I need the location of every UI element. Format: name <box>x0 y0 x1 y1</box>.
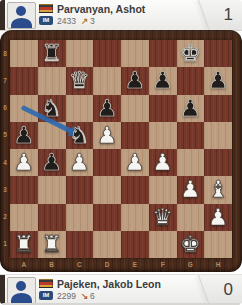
black-king-g8[interactable]: ♚ <box>180 42 201 65</box>
square-g2[interactable] <box>177 204 205 231</box>
square-f5[interactable] <box>149 122 177 149</box>
square-d6[interactable]: ♟ <box>93 95 121 122</box>
avatar-top[interactable] <box>7 2 36 29</box>
white-pawn-h2[interactable]: ♟ <box>208 206 229 229</box>
square-c7[interactable]: ♛ <box>66 67 94 94</box>
square-g1[interactable]: ♚ <box>177 231 205 258</box>
square-c1[interactable] <box>66 231 94 258</box>
white-pawn-e4[interactable]: ♟ <box>125 151 146 174</box>
square-c3[interactable] <box>66 176 94 203</box>
square-d5[interactable]: ♟ <box>93 122 121 149</box>
player-name-top: Parvanyan, Ashot <box>57 3 145 15</box>
rating-change-top: 3 <box>90 16 95 26</box>
square-d7[interactable] <box>93 67 121 94</box>
square-a3[interactable] <box>10 176 38 203</box>
file-label-H: H <box>213 261 223 268</box>
square-f3[interactable] <box>149 176 177 203</box>
player-bar-bottom: Pajeken, Jakob Leon IM 2299 ↘ 6 0 <box>0 274 242 304</box>
black-pawn-e7[interactable]: ♟ <box>125 69 146 92</box>
square-h5[interactable] <box>204 122 232 149</box>
avatar-silhouette-icon <box>16 281 26 291</box>
square-h6[interactable] <box>204 95 232 122</box>
score-bottom: 0 <box>224 279 233 299</box>
file-label-A: A <box>19 261 29 268</box>
square-g3[interactable]: ♟ <box>177 176 205 203</box>
square-f7[interactable]: ♟ <box>149 67 177 94</box>
score-divider-top <box>198 0 242 30</box>
square-h3[interactable]: ♝ <box>204 176 232 203</box>
square-b7[interactable] <box>38 67 66 94</box>
rank-label-6: 6 <box>1 104 9 111</box>
square-e3[interactable] <box>121 176 149 203</box>
rank-label-8: 8 <box>1 50 9 57</box>
square-b4[interactable]: ♟ <box>38 149 66 176</box>
black-pawn-g6[interactable]: ♟ <box>180 97 201 120</box>
file-label-G: G <box>185 261 195 268</box>
square-c6[interactable] <box>66 95 94 122</box>
square-a5[interactable]: ♟ <box>10 122 38 149</box>
white-pawn-c4[interactable]: ♟ <box>69 151 90 174</box>
square-e5[interactable] <box>121 122 149 149</box>
square-f4[interactable]: ♟ <box>149 149 177 176</box>
square-c4[interactable]: ♟ <box>66 149 94 176</box>
file-label-B: B <box>47 261 57 268</box>
rating-top: 2433 <box>57 16 76 26</box>
black-pawn-d6[interactable]: ♟ <box>97 97 118 120</box>
square-g7[interactable] <box>177 67 205 94</box>
rank-label-4: 4 <box>1 159 9 166</box>
square-g8[interactable]: ♚ <box>177 40 205 67</box>
white-rook-b1[interactable]: ♜ <box>41 233 62 256</box>
square-b6[interactable]: ♞ <box>38 95 66 122</box>
avatar-bottom[interactable] <box>7 277 36 304</box>
rank-label-3: 3 <box>1 186 9 193</box>
square-c2[interactable] <box>66 204 94 231</box>
square-b2[interactable] <box>38 204 66 231</box>
square-f2[interactable]: ♛ <box>149 204 177 231</box>
square-b5[interactable] <box>38 122 66 149</box>
white-pawn-f4[interactable]: ♟ <box>152 151 173 174</box>
square-a8[interactable] <box>10 40 38 67</box>
square-b3[interactable] <box>38 176 66 203</box>
rank-label-2: 2 <box>1 213 9 220</box>
square-c5[interactable]: ♞ <box>66 122 94 149</box>
square-d2[interactable] <box>93 204 121 231</box>
square-d4[interactable] <box>93 149 121 176</box>
avatar-silhouette-icon <box>16 6 26 16</box>
square-f1[interactable] <box>149 231 177 258</box>
square-e1[interactable] <box>121 231 149 258</box>
square-g4[interactable] <box>177 149 205 176</box>
rating-change-bottom: 6 <box>90 291 95 301</box>
left-edge-stripe <box>0 275 5 304</box>
black-pawn-h7[interactable]: ♟ <box>208 69 229 92</box>
chess-board: ♜♚♛♟♟♟♞♟♟♟♞♟♟♟♟♟♟♟♝♛♟♜♜♚ 87654321ABCDEFG… <box>0 30 242 272</box>
square-a1[interactable]: ♜ <box>10 231 38 258</box>
square-g5[interactable] <box>177 122 205 149</box>
square-f6[interactable] <box>149 95 177 122</box>
black-pawn-b4[interactable]: ♟ <box>41 151 62 174</box>
square-e6[interactable] <box>121 95 149 122</box>
black-queen-c7[interactable]: ♛ <box>69 69 90 92</box>
white-queen-f2[interactable]: ♛ <box>152 206 173 229</box>
black-pawn-f7[interactable]: ♟ <box>152 69 173 92</box>
white-pawn-d5[interactable]: ♟ <box>97 124 118 147</box>
square-a4[interactable]: ♟ <box>10 149 38 176</box>
square-h7[interactable]: ♟ <box>204 67 232 94</box>
file-label-D: D <box>102 261 112 268</box>
left-edge-stripe <box>0 0 5 30</box>
rank-label-7: 7 <box>1 77 9 84</box>
title-badge-bottom: IM <box>39 291 53 300</box>
white-king-g1[interactable]: ♚ <box>180 233 201 256</box>
german-flag-icon <box>39 4 53 13</box>
square-a2[interactable] <box>10 204 38 231</box>
player-bar-top: Parvanyan, Ashot IM 2433 ↗ 3 1 <box>0 0 242 31</box>
square-b1[interactable]: ♜ <box>38 231 66 258</box>
black-pawn-a5[interactable]: ♟ <box>14 124 35 147</box>
square-g6[interactable]: ♟ <box>177 95 205 122</box>
square-e8[interactable] <box>121 40 149 67</box>
file-label-E: E <box>130 261 140 268</box>
rating-up-arrow-icon: ↗ <box>81 16 88 26</box>
file-label-C: C <box>74 261 84 268</box>
white-rook-a1[interactable]: ♜ <box>14 233 35 256</box>
square-h1[interactable] <box>204 231 232 258</box>
rank-label-1: 1 <box>1 240 9 247</box>
square-h2[interactable]: ♟ <box>204 204 232 231</box>
square-d8[interactable] <box>93 40 121 67</box>
score-top: 1 <box>224 5 233 25</box>
title-badge-top: IM <box>39 16 53 25</box>
white-pawn-g3[interactable]: ♟ <box>180 178 201 201</box>
square-b8[interactable]: ♜ <box>38 40 66 67</box>
rank-label-5: 5 <box>1 131 9 138</box>
rating-bottom: 2299 <box>57 291 76 301</box>
chess-board-squares: ♜♚♛♟♟♟♞♟♟♟♞♟♟♟♟♟♟♟♝♛♟♜♜♚ <box>10 40 232 258</box>
file-label-F: F <box>158 261 168 268</box>
square-e2[interactable] <box>121 204 149 231</box>
score-divider-bottom <box>198 275 242 304</box>
square-f8[interactable] <box>149 40 177 67</box>
chess-game-viewer: Parvanyan, Ashot IM 2433 ↗ 3 1 ♜♚♛♟♟♟♞♟♟… <box>0 0 242 305</box>
square-e7[interactable]: ♟ <box>121 67 149 94</box>
rating-down-arrow-icon: ↘ <box>81 291 88 301</box>
square-a7[interactable] <box>10 67 38 94</box>
black-rook-b8[interactable]: ♜ <box>41 42 62 65</box>
square-h8[interactable] <box>204 40 232 67</box>
square-c8[interactable] <box>66 40 94 67</box>
german-flag-icon <box>39 279 53 288</box>
white-bishop-h3[interactable]: ♝ <box>208 178 229 201</box>
square-d1[interactable] <box>93 231 121 258</box>
white-pawn-a4[interactable]: ♟ <box>14 151 35 174</box>
black-knight-b6[interactable]: ♞ <box>41 97 62 120</box>
square-h4[interactable] <box>204 149 232 176</box>
square-e4[interactable]: ♟ <box>121 149 149 176</box>
player-name-bottom: Pajeken, Jakob Leon <box>57 278 161 290</box>
black-knight-c5[interactable]: ♞ <box>69 124 90 147</box>
square-d3[interactable] <box>93 176 121 203</box>
square-a6[interactable] <box>10 95 38 122</box>
